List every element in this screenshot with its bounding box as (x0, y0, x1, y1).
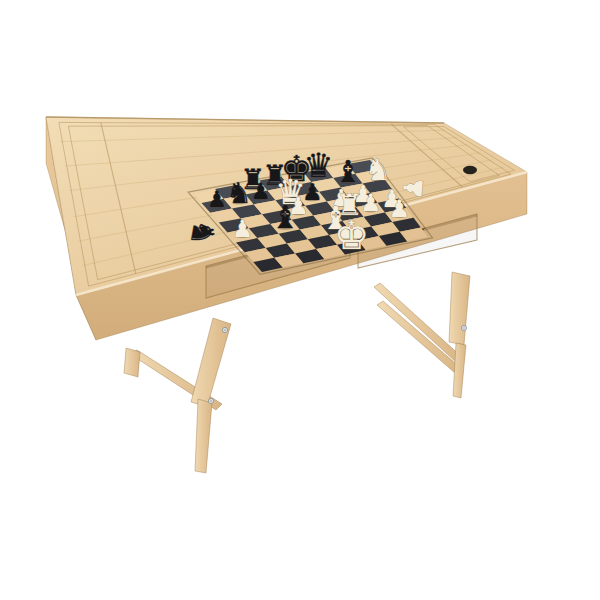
scene-svg: ♛♞♚♝♜♜♟♟♟♟♞♛♟♟♟♟♟♜♟♝♝♞♟♚ (0, 0, 600, 600)
piece-black-bishop-c4: ♝ (271, 199, 299, 235)
piece-black-knight-b7: ♞ (226, 176, 252, 210)
leg-lower-segment (195, 399, 212, 473)
leg-upper-segment (449, 272, 470, 345)
piece-black-pawn-c7: ♟ (250, 178, 270, 204)
right-leg-assembly (374, 272, 470, 398)
leg-brace (377, 301, 461, 373)
piece-white-king-e1: ♚ (334, 213, 369, 258)
left-leg-assembly (124, 318, 231, 473)
leg-bracket (124, 348, 140, 377)
screw-center (463, 327, 465, 329)
finger-hole (463, 166, 477, 174)
screw-center (210, 400, 212, 402)
piece-white-pawn-h3: ♟ (388, 195, 410, 223)
piece-black-pawn-a7: ♟ (207, 186, 227, 212)
screw-center (224, 329, 226, 331)
product-photo-chess-table: ♛♞♚♝♜♜♟♟♟♟♞♛♟♟♟♟♟♜♟♝♝♞♟♚ (0, 0, 600, 600)
piece-white-pawn-a4: ♟ (232, 215, 253, 243)
